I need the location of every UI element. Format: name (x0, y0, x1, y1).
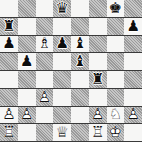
square-e5[interactable]: ♝ (71, 53, 89, 71)
piece-black-pawn-b5: ♟ (18, 53, 36, 70)
white-king-outline: ♔ (107, 124, 125, 141)
square-g4[interactable] (107, 71, 125, 89)
square-e8[interactable] (71, 0, 89, 18)
piece-white-knight-g2: ♞♘ (107, 107, 125, 124)
square-e4[interactable] (71, 71, 89, 89)
square-b1[interactable] (18, 124, 36, 142)
square-c2[interactable] (36, 107, 54, 125)
square-b6[interactable] (18, 36, 36, 54)
square-f4[interactable]: ♜ (89, 71, 107, 89)
black-queen-glyph: ♛ (53, 0, 71, 17)
piece-white-rook-a1: ♜♖ (0, 124, 18, 141)
square-e6[interactable]: ♝ (71, 36, 89, 54)
piece-white-rook-f1: ♜♖ (89, 124, 107, 141)
square-c3[interactable]: ♟♙ (36, 89, 54, 107)
square-e1[interactable] (71, 124, 89, 142)
square-f1[interactable]: ♜♖ (89, 124, 107, 142)
square-c1[interactable] (36, 124, 54, 142)
square-a2[interactable]: ♟♙ (0, 107, 18, 125)
chess-diagram: ♛♚♜♟♟♝♗♟♝♟♝♜♟♙♟♙♟♙♟♙♞♘♟♙♜♖♛♕♜♖♚♔ (0, 0, 142, 142)
black-bishop-glyph: ♝ (71, 53, 89, 70)
piece-white-pawn-h2: ♟♙ (124, 107, 142, 124)
white-bishop-outline: ♗ (36, 36, 54, 53)
white-pawn-outline: ♙ (0, 107, 18, 124)
square-a7[interactable]: ♜ (0, 18, 18, 36)
white-knight-outline: ♘ (107, 107, 125, 124)
square-h6[interactable] (124, 36, 142, 54)
square-b8[interactable] (18, 0, 36, 18)
white-pawn-outline: ♙ (124, 107, 142, 124)
square-h3[interactable] (124, 89, 142, 107)
square-f5[interactable] (89, 53, 107, 71)
square-c8[interactable] (36, 0, 54, 18)
square-c5[interactable] (36, 53, 54, 71)
piece-black-pawn-h7: ♟ (124, 18, 142, 35)
square-f2[interactable]: ♟♙ (89, 107, 107, 125)
piece-black-bishop-e6: ♝ (71, 36, 89, 53)
black-king-glyph: ♚ (107, 0, 125, 17)
piece-white-bishop-c6: ♝♗ (36, 36, 54, 53)
square-b2[interactable]: ♟♙ (18, 107, 36, 125)
chess-board: ♛♚♜♟♟♝♗♟♝♟♝♜♟♙♟♙♟♙♟♙♞♘♟♙♜♖♛♕♜♖♚♔ (0, 0, 142, 142)
piece-black-bishop-e5: ♝ (71, 53, 89, 70)
square-b3[interactable] (18, 89, 36, 107)
black-rook-glyph: ♜ (0, 18, 18, 35)
square-d8[interactable]: ♛ (53, 0, 71, 18)
square-h4[interactable] (124, 71, 142, 89)
piece-white-pawn-a2: ♟♙ (0, 107, 18, 124)
black-bishop-glyph: ♝ (71, 36, 89, 53)
square-b7[interactable] (18, 18, 36, 36)
piece-black-rook-a7: ♜ (0, 18, 18, 35)
square-f6[interactable] (89, 36, 107, 54)
square-d1[interactable]: ♛♕ (53, 124, 71, 142)
square-a8[interactable] (0, 0, 18, 18)
square-f7[interactable] (89, 18, 107, 36)
square-d5[interactable] (53, 53, 71, 71)
square-g7[interactable] (107, 18, 125, 36)
piece-black-pawn-a6: ♟ (0, 36, 18, 53)
black-pawn-glyph: ♟ (0, 36, 18, 53)
square-e7[interactable] (71, 18, 89, 36)
square-g2[interactable]: ♞♘ (107, 107, 125, 125)
square-g3[interactable] (107, 89, 125, 107)
square-a6[interactable]: ♟ (0, 36, 18, 54)
black-pawn-glyph: ♟ (18, 53, 36, 70)
square-h1[interactable] (124, 124, 142, 142)
square-d3[interactable] (53, 89, 71, 107)
square-a1[interactable]: ♜♖ (0, 124, 18, 142)
square-h7[interactable]: ♟ (124, 18, 142, 36)
square-h2[interactable]: ♟♙ (124, 107, 142, 125)
white-pawn-outline: ♙ (18, 107, 36, 124)
white-pawn-outline: ♙ (36, 89, 54, 106)
piece-white-pawn-f2: ♟♙ (89, 107, 107, 124)
black-rook-glyph: ♜ (89, 71, 107, 88)
square-d4[interactable] (53, 71, 71, 89)
square-e3[interactable] (71, 89, 89, 107)
white-rook-outline: ♖ (89, 124, 107, 141)
square-c7[interactable] (36, 18, 54, 36)
square-g1[interactable]: ♚♔ (107, 124, 125, 142)
piece-black-queen-d8: ♛ (53, 0, 71, 17)
piece-white-queen-d1: ♛♕ (53, 124, 71, 141)
piece-black-king-g8: ♚ (107, 0, 125, 17)
square-h8[interactable] (124, 0, 142, 18)
square-a4[interactable] (0, 71, 18, 89)
square-d7[interactable] (53, 18, 71, 36)
black-pawn-glyph: ♟ (53, 36, 71, 53)
square-f8[interactable] (89, 0, 107, 18)
piece-black-pawn-d6: ♟ (53, 36, 71, 53)
square-a3[interactable] (0, 89, 18, 107)
square-d6[interactable]: ♟ (53, 36, 71, 54)
piece-white-king-g1: ♚♔ (107, 124, 125, 141)
square-c6[interactable]: ♝♗ (36, 36, 54, 54)
white-pawn-outline: ♙ (89, 107, 107, 124)
square-e2[interactable] (71, 107, 89, 125)
square-f3[interactable] (89, 89, 107, 107)
piece-white-pawn-b2: ♟♙ (18, 107, 36, 124)
square-d2[interactable] (53, 107, 71, 125)
white-queen-outline: ♕ (53, 124, 71, 141)
square-g5[interactable] (107, 53, 125, 71)
white-rook-outline: ♖ (0, 124, 18, 141)
square-c4[interactable] (36, 71, 54, 89)
black-pawn-glyph: ♟ (124, 18, 142, 35)
square-b5[interactable]: ♟ (18, 53, 36, 71)
piece-black-rook-f4: ♜ (89, 71, 107, 88)
piece-white-pawn-c3: ♟♙ (36, 89, 54, 106)
square-g8[interactable]: ♚ (107, 0, 125, 18)
square-h5[interactable] (124, 53, 142, 71)
square-a5[interactable] (0, 53, 18, 71)
square-b4[interactable] (18, 71, 36, 89)
square-g6[interactable] (107, 36, 125, 54)
